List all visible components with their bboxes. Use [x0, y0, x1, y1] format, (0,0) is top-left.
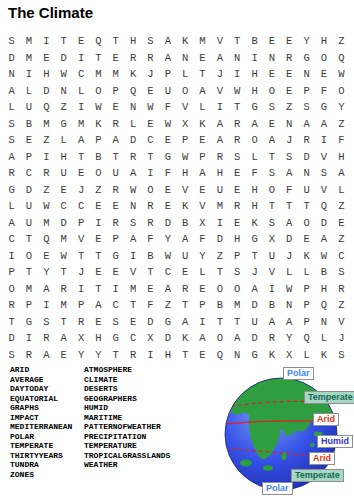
grid-cell-r11c18[interactable]: T	[298, 198, 315, 215]
grid-cell-r9c19[interactable]: S	[315, 165, 332, 182]
grid-cell-r4c11[interactable]: O	[177, 83, 194, 100]
grid-cell-r5c4[interactable]: Z	[55, 99, 72, 116]
grid-cell-r13c3[interactable]: Q	[38, 231, 55, 248]
grid-cell-r7c12[interactable]: E	[194, 132, 211, 149]
grid-cell-r4c1[interactable]: A	[3, 83, 20, 100]
grid-cell-r12c14[interactable]: E	[229, 215, 246, 232]
grid-cell-r19c7[interactable]: G	[107, 330, 124, 347]
grid-cell-r4c15[interactable]: H	[246, 83, 263, 100]
grid-cell-r11c16[interactable]: T	[263, 198, 280, 215]
grid-cell-r5c2[interactable]: U	[20, 99, 37, 116]
grid-cell-r3c6[interactable]: M	[90, 66, 107, 83]
grid-cell-r9c5[interactable]: E	[72, 165, 89, 182]
grid-cell-r14c1[interactable]: I	[3, 248, 20, 265]
grid-cell-r17c13[interactable]: B	[211, 297, 228, 314]
grid-cell-r18c16[interactable]: A	[263, 314, 280, 331]
grid-cell-r14c19[interactable]: W	[315, 248, 332, 265]
grid-cell-r8c15[interactable]: L	[246, 149, 263, 166]
grid-cell-r9c15[interactable]: F	[246, 165, 263, 182]
grid-cell-r4c12[interactable]: A	[194, 83, 211, 100]
grid-cell-r8c7[interactable]: T	[107, 149, 124, 166]
grid-cell-r18c12[interactable]: I	[194, 314, 211, 331]
grid-cell-r1c10[interactable]: A	[159, 33, 176, 50]
grid-cell-r6c5[interactable]: M	[72, 116, 89, 133]
grid-cell-r4c6[interactable]: O	[90, 83, 107, 100]
grid-cell-r5c11[interactable]: V	[177, 99, 194, 116]
grid-cell-r8c20[interactable]: H	[333, 149, 350, 166]
grid-cell-r4c7[interactable]: P	[107, 83, 124, 100]
grid-cell-r13c17[interactable]: D	[281, 231, 298, 248]
grid-cell-r17c4[interactable]: M	[55, 297, 72, 314]
grid-cell-r12c5[interactable]: P	[72, 215, 89, 232]
grid-cell-r3c19[interactable]: E	[315, 66, 332, 83]
grid-cell-r11c12[interactable]: V	[194, 198, 211, 215]
grid-cell-r11c19[interactable]: Q	[315, 198, 332, 215]
grid-cell-r16c10[interactable]: A	[159, 281, 176, 298]
grid-cell-r20c10[interactable]: H	[159, 347, 176, 364]
grid-cell-r6c8[interactable]: L	[124, 116, 141, 133]
grid-cell-r6c11[interactable]: X	[177, 116, 194, 133]
grid-cell-r9c6[interactable]: O	[90, 165, 107, 182]
grid-cell-r18c18[interactable]: P	[298, 314, 315, 331]
grid-cell-r2c4[interactable]: D	[55, 50, 72, 67]
grid-cell-r17c16[interactable]: B	[263, 297, 280, 314]
grid-cell-r10c9[interactable]: O	[142, 182, 159, 199]
grid-cell-r3c15[interactable]: H	[246, 66, 263, 83]
grid-cell-r15c2[interactable]: T	[20, 264, 37, 281]
grid-cell-r19c17[interactable]: Y	[281, 330, 298, 347]
grid-cell-r5c16[interactable]: S	[263, 99, 280, 116]
grid-cell-r9c20[interactable]: A	[333, 165, 350, 182]
grid-cell-r7c17[interactable]: J	[281, 132, 298, 149]
grid-cell-r16c1[interactable]: O	[3, 281, 20, 298]
grid-cell-r14c18[interactable]: K	[298, 248, 315, 265]
grid-cell-r18c6[interactable]: E	[90, 314, 107, 331]
grid-cell-r15c16[interactable]: V	[263, 264, 280, 281]
grid-cell-r17c8[interactable]: T	[124, 297, 141, 314]
grid-cell-r3c13[interactable]: J	[211, 66, 228, 83]
grid-cell-r8c5[interactable]: T	[72, 149, 89, 166]
grid-cell-r11c11[interactable]: K	[177, 198, 194, 215]
grid-cell-r7c3[interactable]: Z	[38, 132, 55, 149]
grid-cell-r13c16[interactable]: X	[263, 231, 280, 248]
grid-cell-r13c9[interactable]: F	[142, 231, 159, 248]
grid-cell-r13c19[interactable]: A	[315, 231, 332, 248]
grid-cell-r13c15[interactable]: G	[246, 231, 263, 248]
grid-cell-r19c4[interactable]: A	[55, 330, 72, 347]
grid-cell-r8c1[interactable]: A	[3, 149, 20, 166]
grid-cell-r14c6[interactable]: T	[90, 248, 107, 265]
grid-cell-r15c5[interactable]: J	[72, 264, 89, 281]
grid-cell-r2c15[interactable]: I	[246, 50, 263, 67]
grid-cell-r3c11[interactable]: L	[177, 66, 194, 83]
grid-cell-r2c20[interactable]: Q	[333, 50, 350, 67]
grid-cell-r10c20[interactable]: L	[333, 182, 350, 199]
grid-cell-r9c13[interactable]: H	[211, 165, 228, 182]
grid-cell-r4c2[interactable]: L	[20, 83, 37, 100]
grid-cell-r6c2[interactable]: B	[20, 116, 37, 133]
grid-cell-r6c14[interactable]: R	[229, 116, 246, 133]
grid-cell-r17c18[interactable]: P	[298, 297, 315, 314]
grid-cell-r17c9[interactable]: F	[142, 297, 159, 314]
grid-cell-r12c16[interactable]: S	[263, 215, 280, 232]
grid-cell-r17c10[interactable]: Z	[159, 297, 176, 314]
grid-cell-r1c19[interactable]: H	[315, 33, 332, 50]
grid-cell-r20c11[interactable]: T	[177, 347, 194, 364]
grid-cell-r2c6[interactable]: T	[90, 50, 107, 67]
grid-cell-r18c17[interactable]: A	[281, 314, 298, 331]
grid-cell-r10c19[interactable]: V	[315, 182, 332, 199]
grid-cell-r11c20[interactable]: Z	[333, 198, 350, 215]
grid-cell-r7c8[interactable]: D	[124, 132, 141, 149]
grid-cell-r15c3[interactable]: Y	[38, 264, 55, 281]
grid-cell-r9c18[interactable]: N	[298, 165, 315, 182]
grid-cell-r3c20[interactable]: W	[333, 66, 350, 83]
grid-cell-r12c18[interactable]: O	[298, 215, 315, 232]
grid-cell-r19c14[interactable]: A	[229, 330, 246, 347]
grid-cell-r13c6[interactable]: E	[90, 231, 107, 248]
grid-cell-r11c10[interactable]: E	[159, 198, 176, 215]
grid-cell-r6c6[interactable]: K	[90, 116, 107, 133]
grid-cell-r17c19[interactable]: Q	[315, 297, 332, 314]
grid-cell-r12c15[interactable]: K	[246, 215, 263, 232]
grid-cell-r11c5[interactable]: C	[72, 198, 89, 215]
grid-cell-r2c8[interactable]: R	[124, 50, 141, 67]
grid-cell-r11c4[interactable]: C	[55, 198, 72, 215]
grid-cell-r16c6[interactable]: T	[90, 281, 107, 298]
grid-cell-r6c10[interactable]: W	[159, 116, 176, 133]
grid-cell-r5c19[interactable]: G	[315, 99, 332, 116]
grid-cell-r18c10[interactable]: G	[159, 314, 176, 331]
grid-cell-r5c18[interactable]: S	[298, 99, 315, 116]
grid-cell-r5c1[interactable]: L	[3, 99, 20, 116]
grid-cell-r1c11[interactable]: K	[177, 33, 194, 50]
grid-cell-r20c6[interactable]: Y	[90, 347, 107, 364]
grid-cell-r7c13[interactable]: A	[211, 132, 228, 149]
grid-cell-r10c14[interactable]: E	[229, 182, 246, 199]
grid-cell-r20c4[interactable]: E	[55, 347, 72, 364]
grid-cell-r8c19[interactable]: V	[315, 149, 332, 166]
grid-cell-r6c13[interactable]: A	[211, 116, 228, 133]
grid-cell-r12c19[interactable]: D	[315, 215, 332, 232]
grid-cell-r16c19[interactable]: H	[315, 281, 332, 298]
grid-cell-r5c7[interactable]: E	[107, 99, 124, 116]
grid-cell-r7c1[interactable]: S	[3, 132, 20, 149]
grid-cell-r9c10[interactable]: F	[159, 165, 176, 182]
grid-cell-r7c11[interactable]: P	[177, 132, 194, 149]
grid-cell-r5c12[interactable]: L	[194, 99, 211, 116]
grid-cell-r18c5[interactable]: R	[72, 314, 89, 331]
grid-cell-r16c7[interactable]: I	[107, 281, 124, 298]
grid-cell-r5c10[interactable]: F	[159, 99, 176, 116]
grid-cell-r16c18[interactable]: P	[298, 281, 315, 298]
grid-cell-r13c12[interactable]: F	[194, 231, 211, 248]
grid-cell-r5c6[interactable]: W	[90, 99, 107, 116]
grid-cell-r18c15[interactable]: U	[246, 314, 263, 331]
grid-cell-r9c4[interactable]: U	[55, 165, 72, 182]
grid-cell-r10c4[interactable]: E	[55, 182, 72, 199]
grid-cell-r17c7[interactable]: C	[107, 297, 124, 314]
grid-cell-r8c10[interactable]: G	[159, 149, 176, 166]
grid-cell-r6c15[interactable]: A	[246, 116, 263, 133]
grid-cell-r1c18[interactable]: Y	[298, 33, 315, 50]
grid-cell-r14c13[interactable]: Z	[211, 248, 228, 265]
grid-cell-r7c4[interactable]: L	[55, 132, 72, 149]
grid-cell-r19c19[interactable]: L	[315, 330, 332, 347]
grid-cell-r15c11[interactable]: E	[177, 264, 194, 281]
grid-cell-r6c20[interactable]: Z	[333, 116, 350, 133]
grid-cell-r13c14[interactable]: H	[229, 231, 246, 248]
grid-cell-r16c3[interactable]: A	[38, 281, 55, 298]
grid-cell-r10c17[interactable]: F	[281, 182, 298, 199]
grid-cell-r3c9[interactable]: J	[142, 66, 159, 83]
grid-cell-r4c8[interactable]: Q	[124, 83, 141, 100]
grid-cell-r1c12[interactable]: M	[194, 33, 211, 50]
grid-cell-r14c16[interactable]: U	[263, 248, 280, 265]
grid-cell-r19c8[interactable]: C	[124, 330, 141, 347]
grid-cell-r15c6[interactable]: E	[90, 264, 107, 281]
grid-cell-r19c18[interactable]: Q	[298, 330, 315, 347]
grid-cell-r20c9[interactable]: I	[142, 347, 159, 364]
grid-cell-r17c1[interactable]: R	[3, 297, 20, 314]
grid-cell-r13c8[interactable]: A	[124, 231, 141, 248]
grid-cell-r19c13[interactable]: O	[211, 330, 228, 347]
grid-cell-r11c15[interactable]: H	[246, 198, 263, 215]
grid-cell-r17c2[interactable]: P	[20, 297, 37, 314]
grid-cell-r1c17[interactable]: E	[281, 33, 298, 50]
grid-cell-r3c18[interactable]: N	[298, 66, 315, 83]
grid-cell-r5c3[interactable]: Q	[38, 99, 55, 116]
grid-cell-r16c16[interactable]: I	[263, 281, 280, 298]
grid-cell-r7c18[interactable]: R	[298, 132, 315, 149]
grid-cell-r19c20[interactable]: J	[333, 330, 350, 347]
grid-cell-r10c12[interactable]: E	[194, 182, 211, 199]
grid-cell-r10c3[interactable]: Z	[38, 182, 55, 199]
grid-cell-r13c1[interactable]: C	[3, 231, 20, 248]
grid-cell-r8c8[interactable]: R	[124, 149, 141, 166]
grid-cell-r13c11[interactable]: A	[177, 231, 194, 248]
grid-cell-r14c9[interactable]: B	[142, 248, 159, 265]
grid-cell-r8c14[interactable]: S	[229, 149, 246, 166]
grid-cell-r2c12[interactable]: E	[194, 50, 211, 67]
grid-cell-r16c14[interactable]: O	[229, 281, 246, 298]
grid-cell-r3c12[interactable]: T	[194, 66, 211, 83]
grid-cell-r3c3[interactable]: H	[38, 66, 55, 83]
grid-cell-r16c8[interactable]: M	[124, 281, 141, 298]
grid-cell-r7c2[interactable]: E	[20, 132, 37, 149]
grid-cell-r8c9[interactable]: T	[142, 149, 159, 166]
grid-cell-r6c3[interactable]: M	[38, 116, 55, 133]
grid-cell-r5c17[interactable]: Z	[281, 99, 298, 116]
grid-cell-r18c9[interactable]: D	[142, 314, 159, 331]
grid-cell-r10c5[interactable]: J	[72, 182, 89, 199]
grid-cell-r20c3[interactable]: A	[38, 347, 55, 364]
grid-cell-r16c20[interactable]: R	[333, 281, 350, 298]
grid-cell-r9c16[interactable]: S	[263, 165, 280, 182]
grid-cell-r5c20[interactable]: Y	[333, 99, 350, 116]
grid-cell-r4c3[interactable]: D	[38, 83, 55, 100]
grid-cell-r2c18[interactable]: G	[298, 50, 315, 67]
grid-cell-r17c17[interactable]: N	[281, 297, 298, 314]
grid-cell-r1c2[interactable]: M	[20, 33, 37, 50]
grid-cell-r3c5[interactable]: C	[72, 66, 89, 83]
grid-cell-r14c15[interactable]: T	[246, 248, 263, 265]
grid-cell-r16c9[interactable]: E	[142, 281, 159, 298]
grid-cell-r12c6[interactable]: I	[90, 215, 107, 232]
grid-cell-r13c7[interactable]: P	[107, 231, 124, 248]
grid-cell-r4c14[interactable]: W	[229, 83, 246, 100]
grid-cell-r9c12[interactable]: A	[194, 165, 211, 182]
grid-cell-r12c17[interactable]: A	[281, 215, 298, 232]
grid-cell-r8c17[interactable]: S	[281, 149, 298, 166]
grid-cell-r18c3[interactable]: S	[38, 314, 55, 331]
grid-cell-r8c4[interactable]: H	[55, 149, 72, 166]
grid-cell-r14c5[interactable]: T	[72, 248, 89, 265]
grid-cell-r7c6[interactable]: P	[90, 132, 107, 149]
grid-cell-r17c15[interactable]: D	[246, 297, 263, 314]
grid-cell-r8c16[interactable]: T	[263, 149, 280, 166]
grid-cell-r10c15[interactable]: H	[246, 182, 263, 199]
grid-cell-r19c1[interactable]: D	[3, 330, 20, 347]
grid-cell-r3c4[interactable]: W	[55, 66, 72, 83]
grid-cell-r7c19[interactable]: I	[315, 132, 332, 149]
grid-cell-r11c1[interactable]: L	[3, 198, 20, 215]
grid-cell-r16c5[interactable]: I	[72, 281, 89, 298]
grid-cell-r6c19[interactable]: A	[315, 116, 332, 133]
grid-cell-r2c1[interactable]: D	[3, 50, 20, 67]
grid-cell-r5c5[interactable]: I	[72, 99, 89, 116]
grid-cell-r8c18[interactable]: D	[298, 149, 315, 166]
grid-cell-r2c13[interactable]: A	[211, 50, 228, 67]
grid-cell-r20c12[interactable]: E	[194, 347, 211, 364]
grid-cell-r9c8[interactable]: A	[124, 165, 141, 182]
grid-cell-r13c5[interactable]: V	[72, 231, 89, 248]
grid-cell-r19c12[interactable]: A	[194, 330, 211, 347]
grid-cell-r10c16[interactable]: O	[263, 182, 280, 199]
grid-cell-r11c9[interactable]: R	[142, 198, 159, 215]
grid-cell-r4c4[interactable]: N	[55, 83, 72, 100]
grid-cell-r19c5[interactable]: X	[72, 330, 89, 347]
grid-cell-r10c6[interactable]: Z	[90, 182, 107, 199]
grid-cell-r1c3[interactable]: I	[38, 33, 55, 50]
grid-cell-r14c17[interactable]: J	[281, 248, 298, 265]
grid-cell-r1c20[interactable]: Z	[333, 33, 350, 50]
grid-cell-r1c13[interactable]: V	[211, 33, 228, 50]
grid-cell-r10c10[interactable]: E	[159, 182, 176, 199]
grid-cell-r11c6[interactable]: E	[90, 198, 107, 215]
grid-cell-r4c17[interactable]: E	[281, 83, 298, 100]
grid-cell-r10c18[interactable]: U	[298, 182, 315, 199]
grid-cell-r3c16[interactable]: E	[263, 66, 280, 83]
grid-cell-r7c7[interactable]: A	[107, 132, 124, 149]
grid-cell-r12c2[interactable]: U	[20, 215, 37, 232]
grid-cell-r11c8[interactable]: N	[124, 198, 141, 215]
grid-cell-r18c20[interactable]: V	[333, 314, 350, 331]
grid-cell-r16c17[interactable]: W	[281, 281, 298, 298]
grid-cell-r2c2[interactable]: M	[20, 50, 37, 67]
grid-cell-r8c12[interactable]: P	[194, 149, 211, 166]
grid-cell-r18c1[interactable]: T	[3, 314, 20, 331]
grid-cell-r2c11[interactable]: N	[177, 50, 194, 67]
grid-cell-r17c14[interactable]: M	[229, 297, 246, 314]
grid-cell-r18c13[interactable]: T	[211, 314, 228, 331]
grid-cell-r11c14[interactable]: R	[229, 198, 246, 215]
grid-cell-r4c19[interactable]: F	[315, 83, 332, 100]
grid-cell-r15c19[interactable]: B	[315, 264, 332, 281]
grid-cell-r9c14[interactable]: E	[229, 165, 246, 182]
grid-cell-r15c13[interactable]: T	[211, 264, 228, 281]
grid-cell-r15c4[interactable]: T	[55, 264, 72, 281]
grid-cell-r16c15[interactable]: A	[246, 281, 263, 298]
grid-cell-r6c7[interactable]: R	[107, 116, 124, 133]
grid-cell-r6c12[interactable]: K	[194, 116, 211, 133]
grid-cell-r2c16[interactable]: N	[263, 50, 280, 67]
grid-cell-r1c15[interactable]: B	[246, 33, 263, 50]
grid-cell-r1c6[interactable]: Q	[90, 33, 107, 50]
grid-cell-r7c20[interactable]: F	[333, 132, 350, 149]
grid-cell-r2c17[interactable]: R	[281, 50, 298, 67]
grid-cell-r10c11[interactable]: V	[177, 182, 194, 199]
grid-cell-r10c2[interactable]: D	[20, 182, 37, 199]
grid-cell-r3c8[interactable]: K	[124, 66, 141, 83]
grid-cell-r20c2[interactable]: R	[20, 347, 37, 364]
grid-cell-r2c19[interactable]: O	[315, 50, 332, 67]
grid-cell-r15c17[interactable]: L	[281, 264, 298, 281]
grid-cell-r8c2[interactable]: P	[20, 149, 37, 166]
grid-cell-r6c9[interactable]: E	[142, 116, 159, 133]
grid-cell-r12c12[interactable]: X	[194, 215, 211, 232]
grid-cell-r11c13[interactable]: M	[211, 198, 228, 215]
grid-cell-r12c9[interactable]: R	[142, 215, 159, 232]
grid-cell-r7c15[interactable]: O	[246, 132, 263, 149]
grid-cell-r15c15[interactable]: J	[246, 264, 263, 281]
grid-cell-r12c4[interactable]: D	[55, 215, 72, 232]
grid-cell-r15c20[interactable]: S	[333, 264, 350, 281]
grid-cell-r12c20[interactable]: E	[333, 215, 350, 232]
grid-cell-r17c3[interactable]: I	[38, 297, 55, 314]
grid-cell-r17c12[interactable]: P	[194, 297, 211, 314]
grid-cell-r4c5[interactable]: L	[72, 83, 89, 100]
grid-cell-r2c5[interactable]: I	[72, 50, 89, 67]
grid-cell-r14c10[interactable]: W	[159, 248, 176, 265]
grid-cell-r1c4[interactable]: T	[55, 33, 72, 50]
grid-cell-r13c4[interactable]: M	[55, 231, 72, 248]
grid-cell-r2c9[interactable]: R	[142, 50, 159, 67]
grid-cell-r6c17[interactable]: N	[281, 116, 298, 133]
grid-cell-r16c12[interactable]: E	[194, 281, 211, 298]
grid-cell-r14c4[interactable]: W	[55, 248, 72, 265]
grid-cell-r6c16[interactable]: E	[263, 116, 280, 133]
grid-cell-r12c13[interactable]: I	[211, 215, 228, 232]
grid-cell-r5c8[interactable]: N	[124, 99, 141, 116]
grid-cell-r2c10[interactable]: A	[159, 50, 176, 67]
grid-cell-r15c10[interactable]: C	[159, 264, 176, 281]
grid-cell-r10c8[interactable]: W	[124, 182, 141, 199]
grid-cell-r20c1[interactable]: S	[3, 347, 20, 364]
grid-cell-r10c13[interactable]: U	[211, 182, 228, 199]
grid-cell-r1c7[interactable]: T	[107, 33, 124, 50]
grid-cell-r9c2[interactable]: C	[20, 165, 37, 182]
grid-cell-r5c14[interactable]: T	[229, 99, 246, 116]
grid-cell-r5c13[interactable]: I	[211, 99, 228, 116]
grid-cell-r8c11[interactable]: W	[177, 149, 194, 166]
grid-cell-r12c8[interactable]: S	[124, 215, 141, 232]
grid-cell-r15c8[interactable]: V	[124, 264, 141, 281]
grid-cell-r2c14[interactable]: N	[229, 50, 246, 67]
grid-cell-r11c2[interactable]: U	[20, 198, 37, 215]
grid-cell-r15c7[interactable]: E	[107, 264, 124, 281]
grid-cell-r5c9[interactable]: W	[142, 99, 159, 116]
